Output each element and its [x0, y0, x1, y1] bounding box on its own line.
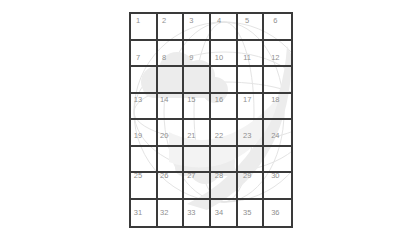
- number-grid: 1234567891011121314151617181920212223242…: [129, 12, 293, 228]
- grid-cell: 33: [184, 200, 211, 227]
- grid-cell: 21: [184, 120, 211, 147]
- cell-number: 26: [160, 173, 168, 179]
- grid-cell: 18: [264, 94, 291, 121]
- cell-number: 28: [215, 173, 223, 179]
- cell-number: 14: [160, 96, 168, 104]
- grid-cell: 10: [211, 41, 238, 68]
- grid-cell: 3: [184, 14, 211, 41]
- cell-number: 32: [160, 209, 168, 217]
- grid-cell: [238, 147, 265, 174]
- grid-cell: [131, 67, 158, 94]
- grid-cell: [158, 147, 185, 174]
- cell-number: 19: [134, 132, 142, 140]
- cell-number: 21: [187, 132, 195, 140]
- worksheet-page: 1234567891011121314151617181920212223242…: [129, 12, 293, 228]
- cell-number: 2: [162, 17, 166, 25]
- grid-cell: 25: [131, 173, 158, 200]
- grid-cell: 6: [264, 14, 291, 41]
- grid-cell: 12: [264, 41, 291, 68]
- grid-cell: 1: [131, 14, 158, 41]
- grid-cell: [184, 147, 211, 174]
- grid-cell: 15: [184, 94, 211, 121]
- cell-number: 33: [187, 209, 195, 217]
- grid-cell: 30: [264, 173, 291, 200]
- cell-number: 27: [187, 173, 195, 179]
- cell-number: 17: [243, 96, 251, 104]
- cell-number: 3: [189, 17, 193, 25]
- grid-cell: [184, 67, 211, 94]
- grid-cell: 32: [158, 200, 185, 227]
- cell-number: 20: [160, 132, 168, 140]
- cell-number: 25: [134, 173, 142, 179]
- cell-number: 29: [243, 173, 251, 179]
- grid-cell: 11: [238, 41, 265, 68]
- cell-number: 30: [271, 173, 279, 179]
- cell-number: 24: [271, 132, 279, 140]
- grid-cell: [264, 147, 291, 174]
- grid-cell: 14: [158, 94, 185, 121]
- cell-number: 18: [271, 96, 279, 104]
- grid-cell: 5: [238, 14, 265, 41]
- grid-cell: 24: [264, 120, 291, 147]
- grid-cell: 23: [238, 120, 265, 147]
- grid-cell: 31: [131, 200, 158, 227]
- grid-cell: 4: [211, 14, 238, 41]
- grid-cell: [131, 147, 158, 174]
- grid-cell: 34: [211, 200, 238, 227]
- cell-number: 15: [187, 96, 195, 104]
- grid-cell: 27: [184, 173, 211, 200]
- cell-number: 7: [136, 54, 140, 62]
- grid-cell: [158, 67, 185, 94]
- grid-cell: 26: [158, 173, 185, 200]
- cell-number: 6: [273, 17, 277, 25]
- cell-number: 12: [271, 54, 279, 62]
- grid-cell: 29: [238, 173, 265, 200]
- grid-cell: 17: [238, 94, 265, 121]
- grid-cell: [211, 67, 238, 94]
- grid-cell: 20: [158, 120, 185, 147]
- cell-number: 1: [136, 17, 140, 25]
- cell-number: 36: [271, 209, 279, 217]
- grid-cell: 28: [211, 173, 238, 200]
- cell-number: 31: [134, 209, 142, 217]
- cell-number: 34: [215, 209, 223, 217]
- grid-cell: [238, 67, 265, 94]
- cell-number: 16: [215, 96, 223, 104]
- cell-number: 8: [162, 54, 166, 62]
- cell-number: 10: [215, 54, 223, 62]
- grid-cell: [211, 147, 238, 174]
- grid-cell: 2: [158, 14, 185, 41]
- grid-cell: 19: [131, 120, 158, 147]
- grid-cell: 36: [264, 200, 291, 227]
- cell-number: 22: [215, 132, 223, 140]
- cell-number: 13: [134, 96, 142, 104]
- cell-number: 9: [189, 54, 193, 62]
- grid-cell: 8: [158, 41, 185, 68]
- cell-number: 23: [243, 132, 251, 140]
- cell-number: 4: [217, 17, 221, 25]
- grid-cell: 35: [238, 200, 265, 227]
- grid-cell: 7: [131, 41, 158, 68]
- grid-cell: 9: [184, 41, 211, 68]
- cell-number: 5: [245, 17, 249, 25]
- grid-cell: 13: [131, 94, 158, 121]
- cell-number: 11: [243, 54, 251, 62]
- cell-number: 35: [243, 209, 251, 217]
- grid-cell: 16: [211, 94, 238, 121]
- grid-cell: [264, 67, 291, 94]
- grid-cell: 22: [211, 120, 238, 147]
